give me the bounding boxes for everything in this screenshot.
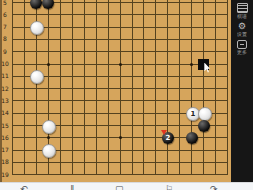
- star-point: [47, 63, 50, 66]
- grid-line-horizontal: [12, 27, 228, 28]
- sidebar-item-more-box[interactable]: 更多: [237, 40, 247, 55]
- grid-line-horizontal: [12, 174, 228, 175]
- row-coordinate-label: 17: [0, 147, 10, 153]
- redo-icon[interactable]: ↷: [210, 184, 218, 190]
- resign-flag-icon[interactable]: ⚐: [165, 184, 173, 190]
- last-move-marker: [161, 130, 167, 135]
- go-app-window: 567891011121314151617181912 棋谱⚙设置更多 ↶∥▢⚐…: [0, 0, 253, 190]
- stone-white[interactable]: [30, 21, 44, 35]
- row-coordinate-label: 11: [0, 73, 10, 79]
- sidebar-item-kifu-list[interactable]: 棋谱: [237, 3, 248, 19]
- go-board[interactable]: 567891011121314151617181912: [0, 0, 231, 182]
- row-coordinate-label: 14: [0, 110, 10, 116]
- sidebar-item-label: 棋谱: [237, 14, 247, 19]
- row-coordinate-label: 12: [0, 86, 10, 92]
- grid-line-horizontal: [12, 51, 228, 52]
- kifu-list-icon: [237, 3, 248, 13]
- stone-black[interactable]: [42, 0, 54, 9]
- grid-line-horizontal: [12, 100, 228, 101]
- row-coordinate-label: 7: [0, 24, 10, 30]
- grid-line-horizontal: [12, 14, 228, 15]
- right-sidebar: 棋谱⚙设置更多: [231, 0, 253, 182]
- row-coordinate-label: 19: [0, 172, 10, 178]
- stone-black[interactable]: 2: [162, 132, 174, 144]
- row-coordinate-label: 5: [0, 0, 10, 6]
- pass-icon[interactable]: ∥: [70, 184, 75, 190]
- stone-white[interactable]: [42, 144, 56, 158]
- sidebar-item-gear[interactable]: ⚙设置: [237, 22, 247, 37]
- grid-line-horizontal: [12, 76, 228, 77]
- star-point: [47, 136, 50, 139]
- row-coordinate-label: 9: [0, 49, 10, 55]
- grid-line-horizontal: [12, 39, 228, 40]
- undo-icon[interactable]: ↶: [20, 184, 28, 190]
- stone-black[interactable]: [198, 120, 210, 132]
- more-box-icon: [237, 40, 247, 49]
- grid-line-horizontal: [12, 162, 228, 163]
- sidebar-item-label: 设置: [237, 32, 247, 37]
- bottom-toolbar: ↶∥▢⚐↷: [0, 182, 253, 190]
- row-coordinate-label: 18: [0, 159, 10, 165]
- row-coordinate-label: 10: [0, 61, 10, 67]
- star-point: [119, 63, 122, 66]
- row-coordinate-label: 6: [0, 12, 10, 18]
- stone-black[interactable]: [30, 0, 42, 9]
- stone-white[interactable]: [30, 70, 44, 84]
- row-coordinate-label: 15: [0, 123, 10, 129]
- stone-white[interactable]: [42, 120, 56, 134]
- row-coordinate-label: 16: [0, 135, 10, 141]
- row-coordinate-label: 13: [0, 98, 10, 104]
- stop-icon[interactable]: ▢: [115, 184, 124, 190]
- gear-icon: ⚙: [238, 22, 246, 31]
- grid-line-horizontal: [12, 88, 228, 89]
- row-coordinate-label: 8: [0, 36, 10, 42]
- cursor-preview-square[interactable]: [198, 59, 209, 70]
- star-point: [119, 136, 122, 139]
- stone-black[interactable]: [186, 132, 198, 144]
- sidebar-item-label: 更多: [237, 50, 247, 55]
